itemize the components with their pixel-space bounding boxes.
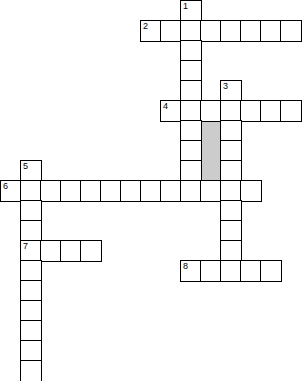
- crossword-cell[interactable]: [60, 180, 82, 202]
- crossword-cell[interactable]: [260, 260, 282, 282]
- crossword-cell[interactable]: [40, 240, 62, 262]
- crossword-cell[interactable]: [180, 80, 202, 102]
- crossword-cell[interactable]: 7: [20, 240, 42, 262]
- clue-number: 4: [163, 102, 168, 111]
- crossword-cell[interactable]: [20, 280, 42, 302]
- crossword-cell[interactable]: 6: [0, 180, 22, 202]
- crossword-cell[interactable]: [200, 20, 222, 42]
- crossword-cell[interactable]: [160, 20, 182, 42]
- crossword-cell[interactable]: 4: [160, 100, 182, 122]
- clue-number: 6: [3, 182, 8, 191]
- crossword-cell[interactable]: 3: [220, 80, 242, 102]
- crossword-cell[interactable]: [240, 260, 262, 282]
- crossword-cell[interactable]: [180, 40, 202, 62]
- clue-number: 7: [23, 242, 28, 251]
- crossword-cell[interactable]: [80, 180, 102, 202]
- crossword-cell[interactable]: [220, 20, 242, 42]
- crossword-cell[interactable]: [100, 180, 122, 202]
- crossword-cell[interactable]: [280, 100, 302, 122]
- crossword-cell[interactable]: [220, 260, 242, 282]
- crossword-cell[interactable]: [220, 120, 242, 142]
- crossword-cell[interactable]: [260, 100, 282, 122]
- crossword-cell[interactable]: [20, 220, 42, 242]
- shaded-cell[interactable]: [200, 160, 222, 182]
- crossword-cell[interactable]: [20, 340, 42, 362]
- crossword-cell[interactable]: [200, 100, 222, 122]
- crossword-cell[interactable]: [220, 100, 242, 122]
- crossword-cell[interactable]: [180, 160, 202, 182]
- crossword-board: 12345678: [0, 0, 302, 381]
- crossword-cell[interactable]: [200, 180, 222, 202]
- crossword-cell[interactable]: [180, 60, 202, 82]
- crossword-cell[interactable]: [40, 180, 62, 202]
- crossword-cell[interactable]: [20, 200, 42, 222]
- crossword-cell[interactable]: [160, 180, 182, 202]
- crossword-cell[interactable]: 1: [180, 0, 202, 22]
- crossword-cell[interactable]: [180, 20, 202, 42]
- clue-number: 8: [183, 262, 188, 271]
- crossword-cell[interactable]: [180, 180, 202, 202]
- crossword-cell[interactable]: [20, 260, 42, 282]
- crossword-cell[interactable]: [20, 180, 42, 202]
- crossword-cell[interactable]: [80, 240, 102, 262]
- crossword-cell[interactable]: [20, 360, 42, 381]
- crossword-cell[interactable]: 5: [20, 160, 42, 182]
- crossword-cell[interactable]: [200, 260, 222, 282]
- crossword-cell[interactable]: [180, 120, 202, 142]
- crossword-cell[interactable]: [120, 180, 142, 202]
- clue-number: 1: [183, 2, 188, 11]
- crossword-cell[interactable]: [240, 180, 262, 202]
- crossword-cell[interactable]: [220, 240, 242, 262]
- crossword-cell[interactable]: [280, 20, 302, 42]
- crossword-cell[interactable]: [220, 160, 242, 182]
- crossword-cell[interactable]: [180, 100, 202, 122]
- crossword-cell[interactable]: [60, 240, 82, 262]
- shaded-cell[interactable]: [200, 140, 222, 162]
- shaded-cell[interactable]: [200, 120, 222, 142]
- clue-number: 5: [23, 162, 28, 171]
- crossword-cell[interactable]: [220, 140, 242, 162]
- crossword-cell[interactable]: [240, 20, 262, 42]
- crossword-cell[interactable]: [180, 140, 202, 162]
- crossword-cell[interactable]: [220, 200, 242, 222]
- crossword-cell[interactable]: [140, 180, 162, 202]
- crossword-cell[interactable]: [220, 220, 242, 242]
- crossword-cell[interactable]: 2: [140, 20, 162, 42]
- crossword-cell[interactable]: [20, 300, 42, 322]
- crossword-cell[interactable]: [20, 320, 42, 342]
- crossword-cell[interactable]: [240, 100, 262, 122]
- clue-number: 3: [223, 82, 228, 91]
- crossword-cell[interactable]: 8: [180, 260, 202, 282]
- crossword-cell[interactable]: [220, 180, 242, 202]
- crossword-cell[interactable]: [260, 20, 282, 42]
- clue-number: 2: [143, 22, 148, 31]
